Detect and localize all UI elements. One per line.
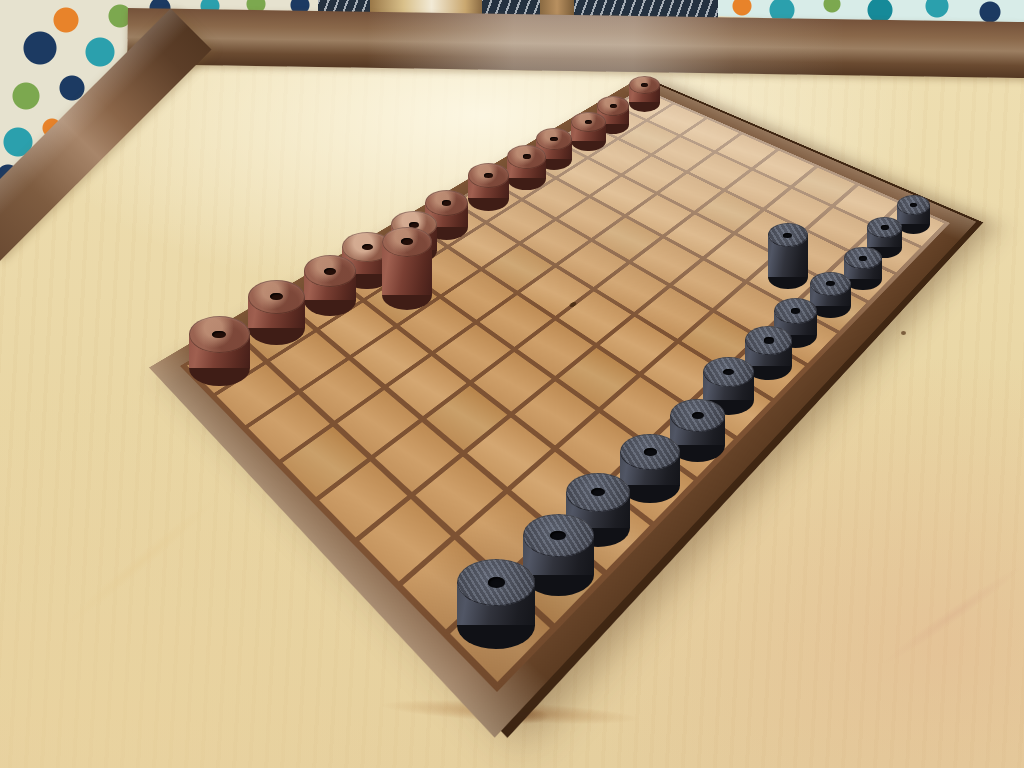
- piece-hole: [401, 238, 412, 245]
- piece-hole: [881, 225, 889, 230]
- piece-hole: [644, 448, 657, 456]
- red-soldier[interactable]: [248, 280, 305, 345]
- piece-hole: [362, 244, 373, 250]
- red-dux[interactable]: [382, 227, 433, 311]
- red-soldier[interactable]: [507, 145, 546, 189]
- piece-hole: [488, 577, 505, 587]
- piece-hole: [641, 83, 648, 87]
- photo-scene: [0, 0, 1024, 768]
- red-soldier[interactable]: [629, 76, 660, 112]
- piece-hole: [550, 531, 566, 540]
- piece-hole: [610, 104, 617, 108]
- red-soldier[interactable]: [571, 112, 606, 152]
- red-soldier[interactable]: [304, 255, 357, 316]
- game-board: [149, 77, 976, 737]
- piece-hole: [723, 369, 734, 376]
- dark-soldier[interactable]: [457, 559, 535, 649]
- piece-hole: [859, 256, 867, 261]
- piece-hole: [484, 173, 493, 178]
- table-speck: [901, 331, 906, 335]
- piece-hole: [783, 233, 792, 238]
- dark-dux[interactable]: [768, 223, 808, 289]
- piece-hole: [324, 268, 336, 275]
- piece-hole: [692, 412, 704, 419]
- piece-hole: [764, 337, 774, 343]
- red-soldier[interactable]: [468, 163, 509, 210]
- table-grain-streak: [31, 468, 251, 657]
- board-field: [180, 88, 950, 692]
- red-soldier[interactable]: [189, 316, 250, 386]
- table-grain-streak: [854, 542, 1024, 689]
